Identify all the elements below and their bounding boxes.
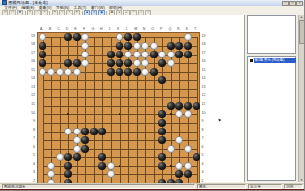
black-stone-A16[interactable] [39,59,47,67]
black-stone-T11[interactable] [193,102,201,110]
row-label: 17 [202,52,210,56]
row-label: 8 [27,129,35,133]
black-stone-K17[interactable] [116,51,124,59]
black-stone-M15[interactable] [133,68,141,76]
row-label: 7 [27,137,35,141]
column-label: D [66,28,69,32]
black-stone-G8[interactable] [90,128,98,136]
row-label: 11 [27,103,35,107]
go-board[interactable] [37,32,200,190]
row-label: 4 [27,163,35,167]
white-stone-S4[interactable] [184,162,192,170]
row-label: 8 [202,129,210,133]
black-stone-D4[interactable] [64,162,72,170]
row-label: 4 [202,163,210,167]
black-stone-F6[interactable] [81,145,89,153]
black-stone-P8[interactable] [158,128,166,136]
white-stone-F18[interactable] [81,42,89,50]
row-label: 15 [27,69,35,73]
black-stone-D3[interactable] [64,170,72,178]
row-label: 16 [202,60,210,64]
black-stone-R18[interactable] [175,42,183,50]
black-stone-D5[interactable] [64,153,72,161]
row-label: 10 [27,112,35,116]
row-label: 6 [27,146,35,150]
row-label: 18 [202,43,210,47]
black-stone-H8[interactable] [98,128,106,136]
row-label: 12 [202,94,210,98]
grid-line-horizontal [43,123,197,124]
white-stone-S6[interactable] [184,145,192,153]
column-label: E [74,28,76,32]
white-stone-S10[interactable] [184,110,192,118]
game-info-panel[interactable] [247,15,296,54]
black-stone-P9[interactable] [158,119,166,127]
white-stone-M16[interactable] [133,59,141,67]
black-stone-L16[interactable] [124,59,132,67]
row-label: 9 [27,120,35,124]
black-stone-P14[interactable] [158,76,166,84]
black-stone-J15[interactable] [107,68,115,76]
white-stone-P17[interactable] [158,51,166,59]
column-label: F [83,28,85,32]
white-stone-E7[interactable] [73,136,81,144]
white-stone-E8[interactable] [73,128,81,136]
white-stone-N15[interactable] [141,68,149,76]
black-stone-L18[interactable] [124,42,132,50]
column-label: S [186,28,188,32]
white-stone-D15[interactable] [64,68,72,76]
black-stone-S17[interactable] [184,51,192,59]
black-stone-P7[interactable] [158,136,166,144]
column-label: A [40,28,42,32]
black-stone-F8[interactable] [81,128,89,136]
black-stone-E19[interactable] [73,33,81,41]
grid-line-vertical [154,37,155,190]
white-stone-S19[interactable] [184,33,192,41]
white-stone-F17[interactable] [81,51,89,59]
column-label: M [134,28,137,32]
bottom-edge-strip [0,189,304,191]
white-stone-R4[interactable] [175,162,183,170]
vertical-scrollbar[interactable]: ▲ ▼ [298,15,305,183]
black-stone-K15[interactable] [116,68,124,76]
tree-node-icon [250,59,253,62]
row-label: 14 [202,77,210,81]
white-stone-O18[interactable] [150,42,158,50]
column-label: H [100,28,103,32]
grid-line-horizontal [43,140,197,141]
black-stone-R3[interactable] [175,170,183,178]
white-stone-C5[interactable] [56,153,64,161]
black-stone-K18[interactable] [116,42,124,50]
black-stone-E5[interactable] [73,153,81,161]
black-stone-J16[interactable] [107,59,115,67]
white-stone-D8[interactable] [64,128,72,136]
black-stone-T5[interactable] [193,153,201,161]
white-stone-E6[interactable] [73,145,81,153]
row-label: 12 [27,94,35,98]
white-stone-E15[interactable] [73,68,81,76]
white-stone-F16[interactable] [81,59,89,67]
row-label: 7 [202,137,210,141]
black-stone-L15[interactable] [124,68,132,76]
black-stone-K16[interactable] [116,59,124,67]
row-label: 16 [27,60,35,64]
white-stone-B15[interactable] [47,68,55,76]
scroll-up-icon[interactable]: ▲ [299,15,305,19]
black-stone-P4[interactable] [158,162,166,170]
white-stone-J3[interactable] [107,170,115,178]
row-label: 13 [202,86,210,90]
white-stone-N17[interactable] [141,51,149,59]
tree-selected-item[interactable]: 第1题 黑先 (死活题) [254,58,296,63]
grid-line-vertical [197,37,198,190]
white-stone-N18[interactable] [141,42,149,50]
row-label: 14 [27,77,35,81]
black-stone-M19[interactable] [133,33,141,41]
white-stone-N16[interactable] [141,59,149,67]
black-stone-S11[interactable] [184,102,192,110]
white-stone-Q17[interactable] [167,51,175,59]
black-stone-J17[interactable] [107,51,115,59]
sidebar: 第1题 黑先 (死活题) [245,15,298,183]
white-stone-J4[interactable] [107,162,115,170]
black-stone-A17[interactable] [39,51,47,59]
white-stone-B3[interactable] [47,170,55,178]
white-stone-A15[interactable] [39,68,47,76]
black-stone-D16[interactable] [64,59,72,67]
star-point [170,165,172,167]
row-label: 19 [27,35,35,39]
row-label: 18 [27,43,35,47]
white-stone-L17[interactable] [124,51,132,59]
row-label: 13 [27,86,35,90]
black-stone-O15[interactable] [150,68,158,76]
column-label: N [143,28,146,32]
black-stone-A18[interactable] [39,42,47,50]
black-stone-R17[interactable] [175,51,183,59]
row-label: 5 [27,154,35,158]
column-label: L [126,28,128,32]
white-stone-R7[interactable] [175,136,183,144]
scroll-down-icon[interactable]: ▼ [299,178,305,182]
column-label: Q [168,28,171,32]
row-label: 15 [202,69,210,73]
black-stone-P10[interactable] [158,110,166,118]
row-label: 19 [202,35,210,39]
row-label: 11 [202,103,210,107]
white-stone-M18[interactable] [133,42,141,50]
white-stone-C15[interactable] [56,68,64,76]
black-stone-D19[interactable] [64,33,72,41]
column-label: K [117,28,119,32]
row-label: 10 [202,112,210,116]
column-label: B [49,28,51,32]
white-stone-B4[interactable] [47,162,55,170]
row-label: 3 [202,171,210,175]
row-label: 3 [27,171,35,175]
white-stone-R10[interactable] [175,110,183,118]
white-stone-Q6[interactable] [167,145,175,153]
black-stone-P16[interactable] [158,59,166,67]
column-label: R [177,28,180,32]
black-stone-E16[interactable] [73,59,81,67]
board-panel: AA1919BB1818CC1717DD1616EE1515FF1414GG13… [0,15,244,183]
black-stone-P5[interactable] [158,153,166,161]
black-stone-S18[interactable] [184,42,192,50]
black-stone-Q18[interactable] [167,42,175,50]
black-stone-S3[interactable] [184,170,192,178]
black-stone-Q11[interactable] [167,102,175,110]
scrollbar-thumb[interactable] [299,20,304,44]
row-label: 17 [27,52,35,56]
white-stone-Q16[interactable] [167,59,175,67]
black-stone-L19[interactable] [124,33,132,41]
column-label: J [109,28,111,32]
white-stone-F19[interactable] [81,33,89,41]
column-label: P [160,28,162,32]
black-stone-F7[interactable] [81,136,89,144]
column-label: O [151,28,154,32]
white-stone-M17[interactable] [133,51,141,59]
column-label: T [194,28,196,32]
row-label: 6 [202,146,210,150]
column-label: G [91,28,94,32]
black-stone-O17[interactable] [150,51,158,59]
white-stone-A19[interactable] [39,33,47,41]
black-stone-H5[interactable] [98,153,106,161]
game-tree-panel[interactable]: 第1题 黑先 (死活题) [247,56,296,181]
row-label: 9 [202,120,210,124]
column-label: C [57,28,60,32]
white-stone-K19[interactable] [116,33,124,41]
app-window: 围棋死活题 - [未命名] − □ × 文件(F) 编辑(E) 查看(V) 导航… [0,0,304,190]
black-stone-H4[interactable] [98,162,106,170]
row-label: 5 [202,154,210,158]
black-stone-R11[interactable] [175,102,183,110]
